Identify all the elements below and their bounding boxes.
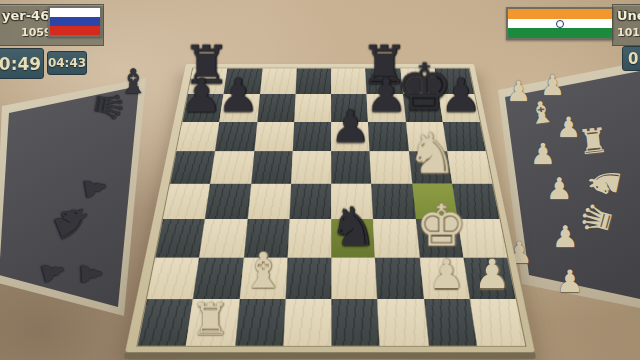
square-d7[interactable] [294, 94, 331, 122]
white-bishop[interactable]: ♝ [240, 246, 284, 296]
square-g1[interactable] [423, 299, 476, 345]
chess-game-screen: ♛♝♟♞♟♟ ♟♟♝♟♟♜♟♞♛♟♟♟ ♜♜♟♟♟♚♟♟♞♞♚♝♟♟♜ yer-… [0, 0, 640, 360]
square-a5[interactable] [170, 151, 215, 183]
square-g7[interactable]: ♚ [403, 94, 443, 122]
black-knight[interactable]: ♞ [329, 200, 377, 254]
player-rating-left: 1059 [21, 26, 52, 39]
square-d3[interactable] [287, 219, 331, 257]
square-c5[interactable] [251, 151, 293, 183]
white-pawn[interactable]: ♟ [474, 255, 510, 295]
square-c1[interactable] [235, 299, 286, 345]
square-c6[interactable] [254, 122, 294, 152]
square-g5[interactable]: ♞ [408, 151, 452, 183]
square-b1[interactable]: ♜ [186, 299, 239, 345]
captured-white-pawn: ♟ [530, 140, 556, 169]
square-a3[interactable] [155, 219, 205, 257]
square-f6[interactable] [368, 122, 408, 152]
square-d8[interactable] [295, 68, 331, 94]
black-pawn[interactable]: ♟ [181, 73, 223, 119]
square-b7[interactable]: ♟ [220, 94, 260, 122]
square-b6[interactable] [215, 122, 257, 152]
square-d5[interactable] [291, 151, 331, 183]
square-d1[interactable] [283, 299, 331, 345]
square-e5[interactable] [331, 151, 371, 183]
square-b4[interactable] [205, 184, 251, 219]
ashoka-chakra-icon [556, 20, 564, 28]
board-grid[interactable]: ♜♜♟♟♟♚♟♟♞♞♚♝♟♟♜ [136, 68, 526, 347]
square-h7[interactable]: ♟ [438, 94, 479, 122]
captured-black-bishop: ♝ [118, 64, 148, 98]
square-e2[interactable] [331, 257, 377, 299]
square-e6[interactable]: ♟ [331, 122, 370, 152]
black-pawn[interactable]: ♟ [218, 73, 260, 119]
square-f4[interactable] [371, 184, 415, 219]
square-h1[interactable] [470, 299, 525, 345]
captured-black-pawn: ♟ [76, 261, 105, 287]
white-pawn[interactable]: ♟ [428, 255, 464, 295]
square-f5[interactable] [370, 151, 412, 183]
square-a1[interactable] [138, 299, 193, 345]
square-a4[interactable] [163, 184, 210, 219]
india-flag-icon [506, 7, 614, 40]
square-g2[interactable]: ♟ [419, 257, 469, 299]
white-rook[interactable]: ♜ [191, 298, 230, 342]
square-d4[interactable] [289, 184, 331, 219]
square-e3[interactable]: ♞ [331, 219, 375, 257]
square-f3[interactable] [373, 219, 419, 257]
captured-white-pawn: ♟ [556, 266, 584, 297]
captured-white-bishop: ♝ [526, 96, 557, 129]
black-pawn[interactable]: ♟ [440, 73, 482, 119]
square-f2[interactable] [375, 257, 423, 299]
white-knight[interactable]: ♞ [406, 125, 456, 181]
player-rating-right: 1015 [617, 26, 640, 39]
square-h2[interactable]: ♟ [463, 257, 515, 299]
captured-white-pawn: ♟ [552, 222, 579, 252]
player-name-right: Uned [617, 8, 640, 23]
square-f1[interactable] [377, 299, 428, 345]
player-plate-left: yer-460 1059 [0, 4, 104, 46]
player-name-left: yer-460 [2, 8, 58, 23]
captured-white-rook: ♜ [576, 122, 610, 159]
white-king[interactable]: ♚ [415, 196, 467, 254]
captured-white-pawn: ♟ [546, 174, 573, 204]
square-c4[interactable] [247, 184, 291, 219]
square-c7[interactable] [257, 94, 295, 122]
black-pawn[interactable]: ♟ [330, 104, 370, 149]
player-plate-right: Uned 1015 [612, 4, 640, 46]
square-d2[interactable] [285, 257, 331, 299]
square-a6[interactable] [177, 122, 220, 152]
russia-flag-icon [48, 6, 102, 37]
square-e1[interactable] [331, 299, 379, 345]
square-b5[interactable] [210, 151, 253, 183]
chess-board[interactable]: ♜♜♟♟♟♚♟♟♞♞♚♝♟♟♜ [125, 64, 535, 352]
square-c8[interactable] [260, 68, 297, 94]
square-c2[interactable]: ♝ [239, 257, 287, 299]
square-d6[interactable] [292, 122, 331, 152]
